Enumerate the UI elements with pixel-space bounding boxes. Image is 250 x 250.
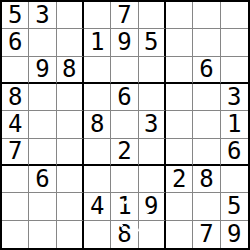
given-digit: 1 (227, 112, 241, 137)
cell-r5c8[interactable] (193, 111, 220, 138)
cell-r1c2[interactable]: 3 (29, 2, 56, 29)
cell-r7c3[interactable] (57, 166, 84, 193)
cell-r4c5[interactable]: 6 (111, 84, 138, 111)
cell-r9c8[interactable]: 7 (193, 221, 220, 248)
cell-r6c5[interactable]: 2 (111, 139, 138, 166)
given-digit: 2 (172, 167, 186, 192)
cell-r3c7[interactable] (166, 57, 193, 84)
given-digit: 6 (117, 85, 131, 110)
cell-r2c7[interactable] (166, 29, 193, 56)
cell-r8c3[interactable] (57, 193, 84, 220)
cell-r6c9[interactable]: 6 (221, 139, 248, 166)
cell-r3c5[interactable] (111, 57, 138, 84)
cell-r1c1[interactable]: 5 (2, 2, 29, 29)
given-digit: 9 (117, 30, 131, 55)
cell-r9c9[interactable]: 9 (221, 221, 248, 248)
cell-r4c9[interactable]: 3 (221, 84, 248, 111)
cell-r7c5[interactable] (111, 166, 138, 193)
cell-r8c7[interactable] (166, 193, 193, 220)
given-digit: 6 (35, 167, 49, 192)
cell-r1c8[interactable] (193, 2, 220, 29)
cell-r6c4[interactable] (84, 139, 111, 166)
cell-r8c1[interactable] (2, 193, 29, 220)
cell-r9c2[interactable] (29, 221, 56, 248)
given-digit: 8 (90, 112, 104, 137)
cell-r5c2[interactable] (29, 111, 56, 138)
cell-r6c8[interactable] (193, 139, 220, 166)
given-digit: 6 (199, 57, 213, 82)
cell-r2c9[interactable] (221, 29, 248, 56)
cell-r2c8[interactable] (193, 29, 220, 56)
cell-r8c5[interactable]: 1 (111, 193, 138, 220)
given-digit: 7 (199, 222, 213, 247)
cell-r2c4[interactable]: 1 (84, 29, 111, 56)
cell-r7c4[interactable] (84, 166, 111, 193)
cell-r4c2[interactable] (29, 84, 56, 111)
cell-r7c9[interactable] (221, 166, 248, 193)
cell-r5c5[interactable] (111, 111, 138, 138)
cell-r4c8[interactable] (193, 84, 220, 111)
cell-r8c2[interactable] (29, 193, 56, 220)
cell-r4c7[interactable] (166, 84, 193, 111)
given-digit: 3 (144, 112, 158, 137)
cell-r9c1[interactable] (2, 221, 29, 248)
cell-r8c8[interactable] (193, 193, 220, 220)
given-digit: 3 (35, 3, 49, 28)
cell-r2c3[interactable] (57, 29, 84, 56)
given-digit: 9 (227, 222, 241, 247)
cell-r2c1[interactable]: 6 (2, 29, 29, 56)
cell-r8c9[interactable]: 5 (221, 193, 248, 220)
cell-r5c1[interactable]: 4 (2, 111, 29, 138)
cell-r6c7[interactable] (166, 139, 193, 166)
given-digit: 8 (199, 167, 213, 192)
cell-r7c7[interactable]: 2 (166, 166, 193, 193)
cell-r1c9[interactable] (221, 2, 248, 29)
cell-r5c6[interactable]: 3 (139, 111, 166, 138)
given-digit: 4 (90, 194, 104, 219)
given-digit: 7 (117, 3, 131, 28)
given-digit: 3 (227, 85, 241, 110)
cell-r9c5[interactable]: 8 (111, 221, 138, 248)
cell-r9c7[interactable] (166, 221, 193, 248)
given-digit: 1 (117, 194, 131, 219)
given-digit: 9 (35, 57, 49, 82)
cell-r1c6[interactable] (139, 2, 166, 29)
cell-r4c6[interactable] (139, 84, 166, 111)
given-digit: 5 (8, 3, 22, 28)
cell-r6c2[interactable] (29, 139, 56, 166)
cell-r3c2[interactable]: 9 (29, 57, 56, 84)
given-digit: 8 (117, 222, 131, 247)
cell-r5c9[interactable]: 1 (221, 111, 248, 138)
cell-r2c6[interactable]: 5 (139, 29, 166, 56)
given-digit: 2 (117, 139, 131, 164)
given-digit: 8 (62, 57, 76, 82)
given-digit: 5 (144, 30, 158, 55)
cell-r7c8[interactable]: 8 (193, 166, 220, 193)
cell-r3c6[interactable] (139, 57, 166, 84)
cell-r8c4[interactable]: 4 (84, 193, 111, 220)
cell-r2c2[interactable] (29, 29, 56, 56)
given-digit: 4 (8, 112, 22, 137)
cell-r6c3[interactable] (57, 139, 84, 166)
cell-r3c8[interactable]: 6 (193, 57, 220, 84)
given-digit: 7 (8, 139, 22, 164)
cell-r4c1[interactable]: 8 (2, 84, 29, 111)
cell-r6c1[interactable]: 7 (2, 139, 29, 166)
cell-r3c3[interactable]: 8 (57, 57, 84, 84)
cell-r3c1[interactable] (2, 57, 29, 84)
cell-r9c4[interactable] (84, 221, 111, 248)
cell-r4c3[interactable] (57, 84, 84, 111)
given-digit: 6 (8, 30, 22, 55)
cell-r5c3[interactable] (57, 111, 84, 138)
cell-r6c6[interactable] (139, 139, 166, 166)
cell-r1c5[interactable]: 7 (111, 2, 138, 29)
given-digit: 6 (227, 139, 241, 164)
given-digit: 5 (227, 194, 241, 219)
cell-r1c3[interactable] (57, 2, 84, 29)
given-digit: 9 (144, 194, 158, 219)
sudoku-board: 537619598686348317266284195879 (0, 0, 250, 250)
cell-r9c3[interactable] (57, 221, 84, 248)
cell-r7c2[interactable]: 6 (29, 166, 56, 193)
cell-r8c6[interactable]: 9 (139, 193, 166, 220)
cell-r1c4[interactable] (84, 2, 111, 29)
cell-r7c1[interactable] (2, 166, 29, 193)
cell-r1c7[interactable] (166, 2, 193, 29)
cell-r7c6[interactable] (139, 166, 166, 193)
cell-r5c4[interactable]: 8 (84, 111, 111, 138)
given-digit: 1 (90, 30, 104, 55)
cell-r2c5[interactable]: 9 (111, 29, 138, 56)
cell-r3c9[interactable] (221, 57, 248, 84)
cell-r3c4[interactable] (84, 57, 111, 84)
cell-r5c7[interactable] (166, 111, 193, 138)
cell-r9c6[interactable] (139, 221, 166, 248)
cell-r4c4[interactable] (84, 84, 111, 111)
given-digit: 8 (8, 85, 22, 110)
